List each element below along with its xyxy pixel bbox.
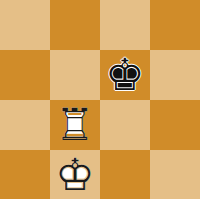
white-king-outline-glyph: ♔ (50, 150, 100, 199)
square-c4[interactable] (100, 0, 150, 50)
square-d4[interactable] (150, 0, 200, 50)
white-rook[interactable]: ♜ ♖ (50, 100, 100, 150)
black-king-glyph: ♚ (100, 50, 150, 100)
square-a3[interactable] (0, 50, 50, 100)
square-d2[interactable] (150, 100, 200, 150)
square-b3[interactable] (50, 50, 100, 100)
chess-board: ♚ ♚ ♜ ♖ ♚ ♔ (0, 0, 200, 199)
square-b1[interactable]: ♚ ♔ (50, 150, 100, 199)
white-rook-outline-glyph: ♖ (50, 100, 100, 150)
square-c3[interactable]: ♚ ♚ (100, 50, 150, 100)
square-a2[interactable] (0, 100, 50, 150)
square-c2[interactable] (100, 100, 150, 150)
square-d1[interactable] (150, 150, 200, 199)
square-c1[interactable] (100, 150, 150, 199)
black-king[interactable]: ♚ ♚ (100, 50, 150, 100)
white-king[interactable]: ♚ ♔ (50, 150, 100, 199)
square-b2[interactable]: ♜ ♖ (50, 100, 100, 150)
square-a4[interactable] (0, 0, 50, 50)
square-b4[interactable] (50, 0, 100, 50)
square-d3[interactable] (150, 50, 200, 100)
square-a1[interactable] (0, 150, 50, 199)
